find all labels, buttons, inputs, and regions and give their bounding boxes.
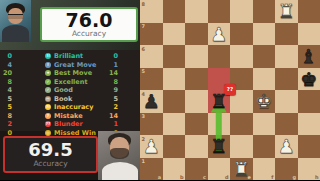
accuracy-box-top: 76.0 Accuracy <box>40 7 138 42</box>
stat-label: Brilliant <box>54 52 104 60</box>
board-square-a6[interactable]: 6 <box>140 45 163 68</box>
board-square-c4[interactable] <box>185 90 208 113</box>
file-label-f: f <box>271 174 273 180</box>
accuracy-label-top: Accuracy <box>42 30 136 38</box>
piece-black-K-h5[interactable]: ♚ <box>298 68 320 91</box>
board-square-b1[interactable]: b <box>163 158 186 181</box>
board-square-b6[interactable] <box>163 45 186 68</box>
player-bottom-photo <box>98 131 140 180</box>
blunder-icon: ?? <box>45 121 51 127</box>
accuracy-value-top: 76.0 <box>42 10 136 30</box>
board-square-h8[interactable] <box>298 0 320 23</box>
board-square-e2[interactable] <box>230 135 253 158</box>
board-square-e7[interactable] <box>230 23 253 46</box>
stat-row-good: 4✓Good9 <box>0 86 140 95</box>
board-square-d1[interactable]: d <box>208 158 231 181</box>
piece-black-B-h6[interactable]: ♝ <box>298 45 320 68</box>
board-square-f2[interactable] <box>253 135 276 158</box>
board-square-e6[interactable] <box>230 45 253 68</box>
stat-label: Great Move <box>54 61 104 69</box>
stat-left-count: 8 <box>0 78 12 86</box>
board-square-f6[interactable] <box>253 45 276 68</box>
board-square-e3[interactable] <box>230 113 253 136</box>
file-label-a: a <box>158 174 161 180</box>
board-square-b8[interactable] <box>163 0 186 23</box>
accuracy-label-bottom: Accuracy <box>5 160 96 168</box>
board-square-c8[interactable] <box>185 0 208 23</box>
board-square-f1[interactable]: f <box>253 158 276 181</box>
rank-label-3: 3 <box>142 113 145 119</box>
rank-label-6: 6 <box>142 46 145 52</box>
player-bottom-shirt <box>102 162 138 180</box>
board-square-g1[interactable]: g <box>275 158 298 181</box>
player-top-body <box>2 25 29 42</box>
board-square-a5[interactable]: 5 <box>140 68 163 91</box>
best-move-icon: ★ <box>45 70 51 76</box>
board-square-b3[interactable] <box>163 113 186 136</box>
stat-right-count: 14 <box>104 69 118 77</box>
mistake-icon: ? <box>45 113 51 119</box>
board-square-c6[interactable] <box>185 45 208 68</box>
piece-white-P-a2[interactable]: ♟ <box>140 135 163 158</box>
board-square-g6[interactable] <box>275 45 298 68</box>
file-label-c: c <box>203 174 206 180</box>
stat-label: Mistake <box>54 112 104 120</box>
board-square-b2[interactable] <box>163 135 186 158</box>
board-square-f5[interactable] <box>253 68 276 91</box>
board-square-b7[interactable] <box>163 23 186 46</box>
rank-label-7: 7 <box>142 23 145 29</box>
stat-row-inaccuracy: 5?!Inaccuracy2 <box>0 103 140 112</box>
rank-label-1: 1 <box>142 158 145 164</box>
stat-row-great-move: 4!Great Move1 <box>0 61 140 70</box>
stat-right-count: 5 <box>104 95 118 103</box>
accuracy-value-bottom: 69.5 <box>5 139 96 160</box>
stat-left-count: 0 <box>0 52 12 60</box>
stat-label: Inaccuracy <box>54 103 104 111</box>
excellent-icon: ✓ <box>45 79 51 85</box>
book-icon: ▤ <box>45 96 51 102</box>
stats-list: 0!!Brilliant04!Great Move120★Best Move14… <box>0 52 140 137</box>
stat-left-count: 2 <box>0 120 12 128</box>
stat-left-count: 4 <box>0 61 12 69</box>
player-bottom-beard <box>110 148 129 159</box>
board-square-g3[interactable] <box>275 113 298 136</box>
piece-black-R-d4[interactable]: ♜ <box>208 90 231 113</box>
board-square-f3[interactable] <box>253 113 276 136</box>
piece-white-R-g8[interactable]: ♜ <box>275 0 298 23</box>
board-square-h3[interactable] <box>298 113 320 136</box>
board-square-f7[interactable] <box>253 23 276 46</box>
stat-left-count: 5 <box>0 103 12 111</box>
board-square-g4[interactable] <box>275 90 298 113</box>
piece-black-R-d2[interactable]: ♜ <box>208 135 231 158</box>
board-square-e8[interactable] <box>230 0 253 23</box>
stat-right-count: 0 <box>104 52 118 60</box>
stat-row-excellent: 8✓Excellent8 <box>0 78 140 87</box>
board-square-h4[interactable] <box>298 90 320 113</box>
board-square-h7[interactable] <box>298 23 320 46</box>
good-icon: ✓ <box>45 87 51 93</box>
stat-left-count: 4 <box>0 86 12 94</box>
board-square-c1[interactable]: c <box>185 158 208 181</box>
brilliant-icon: !! <box>45 53 51 59</box>
glasses-icon <box>8 14 23 19</box>
stat-right-count: 2 <box>104 103 118 111</box>
board-square-a8[interactable]: 8 <box>140 0 163 23</box>
analysis-panel: 76.0 Accuracy 0!!Brilliant04!Great Move1… <box>0 0 140 180</box>
piece-white-P-d7[interactable]: ♟ <box>208 23 231 46</box>
board-square-c7[interactable] <box>185 23 208 46</box>
analysis-screenshot: 76.0 Accuracy 0!!Brilliant04!Great Move1… <box>0 0 320 180</box>
stat-right-count: 1 <box>104 61 118 69</box>
stat-right-count: 8 <box>104 78 118 86</box>
stat-right-count: 14 <box>104 112 118 120</box>
stat-label: Best Move <box>54 69 104 77</box>
stat-right-count: 1 <box>104 120 118 128</box>
stat-left-count: 5 <box>0 95 12 103</box>
file-label-g: g <box>292 174 296 180</box>
stat-label: Excellent <box>54 78 104 86</box>
stat-label: Good <box>54 86 104 94</box>
stat-row-blunder: 2??Blunder1 <box>0 120 140 129</box>
piece-white-P-g2[interactable]: ♟ <box>275 135 298 158</box>
board-square-f8[interactable] <box>253 0 276 23</box>
great-move-icon: ! <box>45 62 51 68</box>
file-label-d: d <box>225 174 229 180</box>
board-square-d6[interactable] <box>208 45 231 68</box>
board-square-h2[interactable] <box>298 135 320 158</box>
inaccuracy-icon: ?! <box>45 104 51 110</box>
board-square-d8[interactable] <box>208 0 231 23</box>
board-square-a7[interactable]: 7 <box>140 23 163 46</box>
board-square-g5[interactable] <box>275 68 298 91</box>
file-label-h: h <box>315 174 319 180</box>
stat-row-best-move: 20★Best Move14 <box>0 69 140 78</box>
stat-right-count: 9 <box>104 86 118 94</box>
rank-label-5: 5 <box>142 68 145 74</box>
board-square-b4[interactable] <box>163 90 186 113</box>
board-square-c5[interactable] <box>185 68 208 91</box>
board-square-c2[interactable] <box>185 135 208 158</box>
board-square-a3[interactable]: 3 <box>140 113 163 136</box>
stat-row-mistake: 8?Mistake14 <box>0 112 140 121</box>
stat-label: Book <box>54 95 104 103</box>
piece-black-P-a4[interactable]: ♟ <box>140 90 163 113</box>
missed-win-icon: ◎ <box>45 130 51 136</box>
board-square-b5[interactable] <box>163 68 186 91</box>
file-label-b: b <box>180 174 184 180</box>
stat-label: Blunder <box>54 120 104 128</box>
rank-label-8: 8 <box>142 1 145 7</box>
board-square-g7[interactable] <box>275 23 298 46</box>
stat-row-book: 5▤Book5 <box>0 95 140 104</box>
stat-left-count: 8 <box>0 112 12 120</box>
piece-white-K-f4[interactable]: ♚ <box>253 90 276 113</box>
accuracy-box-bottom: 69.5 Accuracy <box>3 136 98 173</box>
stat-row-brilliant: 0!!Brilliant0 <box>0 52 140 61</box>
board-square-d3[interactable] <box>208 113 231 136</box>
player-top-photo <box>0 0 31 42</box>
board-square-h1[interactable]: h <box>298 158 320 181</box>
stat-left-count: 20 <box>0 69 12 77</box>
board-square-a1[interactable]: 1a <box>140 158 163 181</box>
board-square-c3[interactable] <box>185 113 208 136</box>
piece-white-R-e1[interactable]: ♜ <box>230 158 253 181</box>
